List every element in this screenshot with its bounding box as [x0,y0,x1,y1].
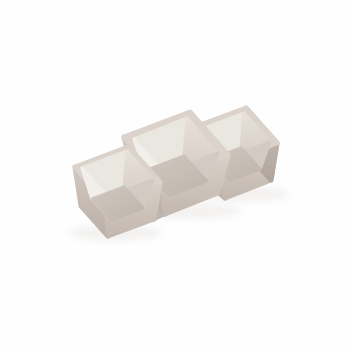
product-photo [0,0,350,350]
serving-dish-illustration [0,0,350,350]
